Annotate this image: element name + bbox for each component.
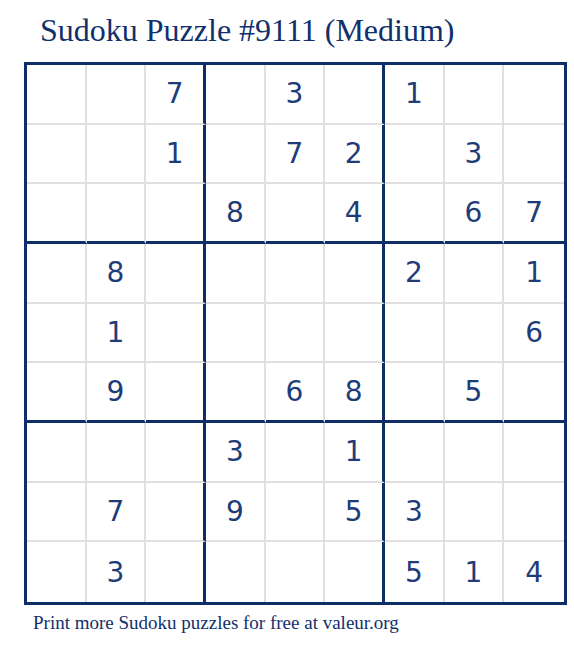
cell-r3c9: 7 [504, 184, 564, 244]
cell-r7c4: 3 [206, 423, 266, 483]
cell-r3c6: 4 [325, 184, 385, 244]
cell-r8c8 [445, 483, 505, 543]
cell-r4c5 [266, 244, 326, 304]
cell-r9c4 [206, 542, 266, 602]
cell-r6c8: 5 [445, 363, 505, 423]
cell-r9c2: 3 [87, 542, 147, 602]
cell-r5c5 [266, 304, 326, 364]
cell-r5c3 [146, 304, 206, 364]
cell-r1c9 [504, 65, 564, 125]
cell-r3c5 [266, 184, 326, 244]
cell-r3c4: 8 [206, 184, 266, 244]
page-title: Sudoku Puzzle #9111 (Medium) [40, 12, 454, 49]
page: Sudoku Puzzle #9111 (Medium) 73117238467… [0, 0, 574, 651]
cell-r9c3 [146, 542, 206, 602]
cell-r3c1 [27, 184, 87, 244]
cell-r7c8 [445, 423, 505, 483]
cell-r3c2 [87, 184, 147, 244]
cell-r5c9: 6 [504, 304, 564, 364]
cell-r1c6 [325, 65, 385, 125]
cell-r6c3 [146, 363, 206, 423]
cell-r4c3 [146, 244, 206, 304]
cell-r6c6: 8 [325, 363, 385, 423]
cell-r9c7: 5 [385, 542, 445, 602]
cell-r2c9 [504, 125, 564, 185]
cell-r1c3: 7 [146, 65, 206, 125]
cell-r8c7: 3 [385, 483, 445, 543]
cell-r4c9: 1 [504, 244, 564, 304]
cell-r2c2 [87, 125, 147, 185]
cell-r2c3: 1 [146, 125, 206, 185]
cell-r2c7 [385, 125, 445, 185]
cell-r9c6 [325, 542, 385, 602]
cell-r5c1 [27, 304, 87, 364]
footer-text: Print more Sudoku puzzles for free at va… [33, 612, 399, 634]
cell-r2c8: 3 [445, 125, 505, 185]
cell-r2c5: 7 [266, 125, 326, 185]
cell-r8c5 [266, 483, 326, 543]
cell-r5c4 [206, 304, 266, 364]
cell-r6c5: 6 [266, 363, 326, 423]
cell-r7c7 [385, 423, 445, 483]
cell-r8c6: 5 [325, 483, 385, 543]
cell-r4c6 [325, 244, 385, 304]
cell-r9c5 [266, 542, 326, 602]
cell-r3c7 [385, 184, 445, 244]
sudoku-board: 731172384678211696853179533514 [24, 62, 567, 605]
cell-r7c2 [87, 423, 147, 483]
cell-r2c4 [206, 125, 266, 185]
cell-r9c1 [27, 542, 87, 602]
cell-r4c4 [206, 244, 266, 304]
cell-r6c9 [504, 363, 564, 423]
cell-r7c1 [27, 423, 87, 483]
cell-r6c7 [385, 363, 445, 423]
cell-r5c6 [325, 304, 385, 364]
cell-r6c1 [27, 363, 87, 423]
cell-r7c9 [504, 423, 564, 483]
cell-r7c6: 1 [325, 423, 385, 483]
cell-r5c2: 1 [87, 304, 147, 364]
cell-r8c9 [504, 483, 564, 543]
cell-r1c2 [87, 65, 147, 125]
cell-r2c6: 2 [325, 125, 385, 185]
cell-r1c5: 3 [266, 65, 326, 125]
cell-r3c8: 6 [445, 184, 505, 244]
cell-r7c5 [266, 423, 326, 483]
cell-r1c7: 1 [385, 65, 445, 125]
cell-r8c2: 7 [87, 483, 147, 543]
cell-r9c8: 1 [445, 542, 505, 602]
cell-r8c1 [27, 483, 87, 543]
cell-r1c4 [206, 65, 266, 125]
cell-r4c7: 2 [385, 244, 445, 304]
cell-r7c3 [146, 423, 206, 483]
cell-r3c3 [146, 184, 206, 244]
cell-r4c2: 8 [87, 244, 147, 304]
cell-r8c4: 9 [206, 483, 266, 543]
cell-r2c1 [27, 125, 87, 185]
cell-r1c1 [27, 65, 87, 125]
cell-r6c2: 9 [87, 363, 147, 423]
cell-r9c9: 4 [504, 542, 564, 602]
cell-r4c1 [27, 244, 87, 304]
cell-r4c8 [445, 244, 505, 304]
cell-r8c3 [146, 483, 206, 543]
cell-r6c4 [206, 363, 266, 423]
cell-r5c8 [445, 304, 505, 364]
cell-r5c7 [385, 304, 445, 364]
cell-r1c8 [445, 65, 505, 125]
